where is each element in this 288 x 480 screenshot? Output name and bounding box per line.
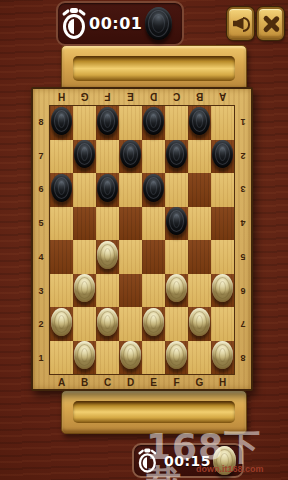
rank-label: 6 <box>33 173 49 207</box>
square-h7[interactable] <box>211 140 234 174</box>
square-c6[interactable] <box>96 173 119 207</box>
square-g3[interactable] <box>188 274 211 308</box>
square-h6[interactable] <box>211 173 234 207</box>
square-c7[interactable] <box>96 140 119 174</box>
stopwatch-icon <box>62 8 86 40</box>
square-a3[interactable] <box>50 274 73 308</box>
white-piece[interactable] <box>51 308 72 336</box>
rank-label: 5 <box>33 206 49 240</box>
checkers-board: ABCDEFGH 87654321 87654321 ABCDEFGH <box>31 87 253 391</box>
square-a8[interactable] <box>50 106 73 140</box>
square-b7[interactable] <box>73 140 96 174</box>
square-d6[interactable] <box>119 173 142 207</box>
square-g7[interactable] <box>188 140 211 174</box>
square-b1[interactable] <box>73 341 96 375</box>
white-timer-value: 00:15 <box>164 453 211 469</box>
black-piece[interactable] <box>120 140 141 168</box>
square-f3[interactable] <box>165 274 188 308</box>
square-d5[interactable] <box>119 207 142 241</box>
square-h5[interactable] <box>211 207 234 241</box>
file-label: E <box>142 377 165 388</box>
captured-pieces-tray-bottom <box>61 390 247 434</box>
black-piece[interactable] <box>74 140 95 168</box>
square-e3[interactable] <box>142 274 165 308</box>
square-e1[interactable] <box>142 341 165 375</box>
square-g4[interactable] <box>188 240 211 274</box>
square-g2[interactable] <box>188 307 211 341</box>
square-c2[interactable] <box>96 307 119 341</box>
white-piece[interactable] <box>212 274 233 302</box>
square-c8[interactable] <box>96 106 119 140</box>
rank-labels-right: 87654321 <box>235 105 251 375</box>
square-d1[interactable] <box>119 341 142 375</box>
black-timer-value: 00:01 <box>89 14 142 33</box>
square-d4[interactable] <box>119 240 142 274</box>
white-piece[interactable] <box>120 341 141 369</box>
square-f7[interactable] <box>165 140 188 174</box>
black-player-piece-icon <box>145 7 172 40</box>
square-e4[interactable] <box>142 240 165 274</box>
white-piece[interactable] <box>189 308 210 336</box>
square-e2[interactable] <box>142 307 165 341</box>
speaker-icon <box>232 15 250 33</box>
rank-label: 7 <box>235 308 251 342</box>
file-labels-top: ABCDEFGH <box>49 89 235 105</box>
white-player-piece-icon <box>213 446 236 475</box>
rank-label: 8 <box>33 105 49 139</box>
file-label: B <box>188 92 211 103</box>
square-d7[interactable] <box>119 140 142 174</box>
square-c3[interactable] <box>96 274 119 308</box>
tray-groove <box>73 56 235 81</box>
square-b6[interactable] <box>73 173 96 207</box>
white-piece[interactable] <box>97 241 118 269</box>
square-a5[interactable] <box>50 207 73 241</box>
square-a7[interactable] <box>50 140 73 174</box>
black-piece[interactable] <box>143 107 164 135</box>
square-f1[interactable] <box>165 341 188 375</box>
black-piece[interactable] <box>189 107 210 135</box>
square-f5[interactable] <box>165 207 188 241</box>
square-b2[interactable] <box>73 307 96 341</box>
close-button[interactable] <box>257 7 284 40</box>
white-timer-panel: 00:15 <box>132 443 244 478</box>
white-piece[interactable] <box>166 274 187 302</box>
white-piece[interactable] <box>166 341 187 369</box>
tray-groove <box>73 401 235 423</box>
square-c4[interactable] <box>96 240 119 274</box>
square-d2[interactable] <box>119 307 142 341</box>
close-icon <box>261 14 281 34</box>
game-screen: 00:01 ABCDEFGH 87654321 87654321 ABCDEFG… <box>0 0 288 480</box>
square-g5[interactable] <box>188 207 211 241</box>
file-label: C <box>96 377 119 388</box>
rank-label: 1 <box>33 341 49 375</box>
rank-label: 3 <box>235 173 251 207</box>
file-label: C <box>165 92 188 103</box>
square-f8[interactable] <box>165 106 188 140</box>
square-f4[interactable] <box>165 240 188 274</box>
square-g1[interactable] <box>188 341 211 375</box>
white-piece[interactable] <box>97 308 118 336</box>
black-piece[interactable] <box>143 174 164 202</box>
rank-label: 2 <box>235 139 251 173</box>
file-label: A <box>211 92 234 103</box>
square-e6[interactable] <box>142 173 165 207</box>
file-label: G <box>73 92 96 103</box>
square-g8[interactable] <box>188 106 211 140</box>
square-h2[interactable] <box>211 307 234 341</box>
square-e5[interactable] <box>142 207 165 241</box>
file-label: D <box>119 377 142 388</box>
square-b4[interactable] <box>73 240 96 274</box>
file-label: B <box>73 377 96 388</box>
file-label: E <box>119 92 142 103</box>
rank-label: 7 <box>33 139 49 173</box>
square-d8[interactable] <box>119 106 142 140</box>
black-piece[interactable] <box>166 140 187 168</box>
rank-label: 5 <box>235 240 251 274</box>
rank-label: 4 <box>33 240 49 274</box>
file-labels-bottom: ABCDEFGH <box>49 375 235 389</box>
square-b3[interactable] <box>73 274 96 308</box>
sound-button[interactable] <box>227 7 254 40</box>
square-f6[interactable] <box>165 173 188 207</box>
black-timer-panel: 00:01 <box>56 1 184 46</box>
black-piece[interactable] <box>97 107 118 135</box>
rank-label: 2 <box>33 308 49 342</box>
file-label: G <box>188 377 211 388</box>
file-label: D <box>142 92 165 103</box>
square-b8[interactable] <box>73 106 96 140</box>
file-label: H <box>211 377 234 388</box>
white-piece[interactable] <box>143 308 164 336</box>
black-piece[interactable] <box>212 140 233 168</box>
white-piece[interactable] <box>74 341 95 369</box>
rank-label: 4 <box>235 206 251 240</box>
white-piece[interactable] <box>74 274 95 302</box>
board-grid <box>49 105 235 375</box>
white-piece[interactable] <box>212 341 233 369</box>
file-label: F <box>165 377 188 388</box>
black-piece[interactable] <box>51 107 72 135</box>
rank-label: 8 <box>235 341 251 375</box>
square-e7[interactable] <box>142 140 165 174</box>
rank-labels-left: 87654321 <box>33 105 49 375</box>
square-g6[interactable] <box>188 173 211 207</box>
captured-pieces-tray-top <box>61 45 247 92</box>
black-piece[interactable] <box>51 174 72 202</box>
square-b5[interactable] <box>73 207 96 241</box>
file-label: F <box>96 92 119 103</box>
rank-label: 1 <box>235 105 251 139</box>
black-piece[interactable] <box>166 207 187 235</box>
file-label: A <box>50 377 73 388</box>
square-h3[interactable] <box>211 274 234 308</box>
square-h4[interactable] <box>211 240 234 274</box>
rank-label: 3 <box>33 274 49 308</box>
square-a1[interactable] <box>50 341 73 375</box>
black-piece[interactable] <box>97 174 118 202</box>
rank-label: 6 <box>235 274 251 308</box>
square-c1[interactable] <box>96 341 119 375</box>
square-d3[interactable] <box>119 274 142 308</box>
square-a4[interactable] <box>50 240 73 274</box>
square-a6[interactable] <box>50 173 73 207</box>
square-e8[interactable] <box>142 106 165 140</box>
square-c5[interactable] <box>96 207 119 241</box>
square-h1[interactable] <box>211 341 234 375</box>
square-h8[interactable] <box>211 106 234 140</box>
square-f2[interactable] <box>165 307 188 341</box>
file-label: H <box>50 92 73 103</box>
square-a2[interactable] <box>50 307 73 341</box>
stopwatch-icon <box>138 448 157 473</box>
